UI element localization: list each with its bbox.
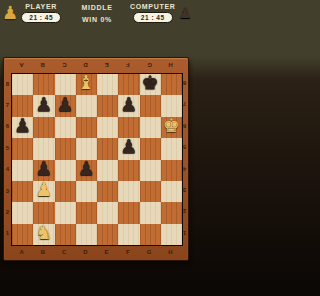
square-c1[interactable]: [55, 224, 76, 245]
black-pawn: ♟: [33, 93, 54, 114]
file-label: D: [75, 244, 96, 260]
square-h2[interactable]: [161, 202, 182, 223]
square-c2[interactable]: [55, 202, 76, 223]
black-pawn: ♟: [55, 93, 76, 114]
rank-label: 6: [4, 116, 11, 137]
black-pawn: ♟: [33, 158, 54, 179]
square-c7[interactable]: ♟: [55, 95, 76, 116]
square-b4[interactable]: ♟: [33, 160, 54, 181]
computer-label: COMPUTER: [130, 3, 176, 10]
file-label: G: [139, 58, 160, 73]
file-label: C: [54, 244, 75, 260]
file-label: B: [32, 244, 53, 260]
square-h4[interactable]: [161, 160, 182, 181]
square-g2[interactable]: [140, 202, 161, 223]
square-c5[interactable]: [55, 138, 76, 159]
rank-label: 4: [4, 159, 11, 180]
square-g1[interactable]: [140, 224, 161, 245]
file-label: H: [160, 244, 181, 260]
header: ♟ PLAYER 21 : 45 MIDDLE WIN 0% COMPUTER …: [0, 0, 194, 34]
square-d4[interactable]: ♟: [76, 160, 97, 181]
square-b6[interactable]: [33, 117, 54, 138]
square-h5[interactable]: [161, 138, 182, 159]
square-f1[interactable]: [118, 224, 139, 245]
square-f3[interactable]: [118, 181, 139, 202]
square-f7[interactable]: ♟: [118, 95, 139, 116]
square-d3[interactable]: [76, 181, 97, 202]
square-a4[interactable]: [12, 160, 33, 181]
board-squares: ♝♚♟♟♟♟♚♟♟♟♟♞: [11, 73, 183, 246]
square-f2[interactable]: [118, 202, 139, 223]
file-label: D: [75, 58, 96, 73]
square-g3[interactable]: [140, 181, 161, 202]
white-king: ♚: [161, 115, 182, 136]
ranks-left: 87654321: [4, 73, 11, 244]
square-g5[interactable]: [140, 138, 161, 159]
black-pawn: ♟: [12, 115, 33, 136]
square-b1[interactable]: ♞: [33, 224, 54, 245]
file-label: B: [32, 58, 53, 73]
square-f6[interactable]: [118, 117, 139, 138]
file-label: A: [11, 58, 32, 73]
square-a5[interactable]: [12, 138, 33, 159]
rank-label: 5: [4, 137, 11, 158]
black-pawn: ♟: [76, 158, 97, 179]
black-pawn: ♟: [118, 93, 139, 114]
square-h7[interactable]: [161, 95, 182, 116]
rank-label: 7: [4, 94, 11, 115]
square-c6[interactable]: [55, 117, 76, 138]
files-top: ABCDEFGH: [11, 58, 181, 73]
file-label: C: [54, 58, 75, 73]
square-h1[interactable]: [161, 224, 182, 245]
square-b8[interactable]: [33, 74, 54, 95]
square-c3[interactable]: [55, 181, 76, 202]
square-h3[interactable]: [161, 181, 182, 202]
square-a1[interactable]: [12, 224, 33, 245]
square-g7[interactable]: [140, 95, 161, 116]
black-pawn: ♟: [118, 136, 139, 157]
square-e8[interactable]: [97, 74, 118, 95]
square-b5[interactable]: [33, 138, 54, 159]
file-label: H: [160, 58, 181, 73]
white-knight: ♞: [33, 222, 54, 243]
rank-label: 1: [4, 223, 11, 244]
computer-score-badge: 21 : 45: [133, 12, 173, 23]
rank-label: 2: [4, 201, 11, 222]
square-e1[interactable]: [97, 224, 118, 245]
square-f5[interactable]: ♟: [118, 138, 139, 159]
square-e7[interactable]: [97, 95, 118, 116]
white-bishop: ♝: [76, 72, 97, 93]
file-label: F: [117, 58, 138, 73]
square-b2[interactable]: [33, 202, 54, 223]
square-d6[interactable]: [76, 117, 97, 138]
file-label: G: [139, 244, 160, 260]
white-pawn: ♟: [33, 179, 54, 200]
square-d1[interactable]: [76, 224, 97, 245]
square-d2[interactable]: [76, 202, 97, 223]
square-e5[interactable]: [97, 138, 118, 159]
square-e2[interactable]: [97, 202, 118, 223]
files-bottom: ABCDEFGH: [11, 244, 181, 260]
square-b3[interactable]: ♟: [33, 181, 54, 202]
square-f4[interactable]: [118, 160, 139, 181]
square-g6[interactable]: [140, 117, 161, 138]
square-e4[interactable]: [97, 160, 118, 181]
square-a6[interactable]: ♟: [12, 117, 33, 138]
black-pawn-icon: ♟: [179, 6, 192, 21]
square-a2[interactable]: [12, 202, 33, 223]
square-h6[interactable]: ♚: [161, 117, 182, 138]
square-a3[interactable]: [12, 181, 33, 202]
chess-board: ABCDEFGH 87654321 87654321 ABCDEFGH ♝♚♟♟…: [3, 57, 189, 261]
square-g4[interactable]: [140, 160, 161, 181]
black-king: ♚: [140, 72, 161, 93]
square-c4[interactable]: [55, 160, 76, 181]
square-d5[interactable]: [76, 138, 97, 159]
square-d8[interactable]: ♝: [76, 74, 97, 95]
file-label: E: [96, 244, 117, 260]
square-f8[interactable]: [118, 74, 139, 95]
square-d7[interactable]: [76, 95, 97, 116]
file-label: F: [117, 244, 138, 260]
square-a7[interactable]: [12, 95, 33, 116]
square-a8[interactable]: [12, 74, 33, 95]
file-label: E: [96, 58, 117, 73]
computer-panel: COMPUTER 21 : 45 ♟: [130, 3, 192, 23]
file-label: A: [11, 244, 32, 260]
rank-label: 8: [4, 73, 11, 94]
rank-label: 3: [4, 180, 11, 201]
square-b7[interactable]: ♟: [33, 95, 54, 116]
square-g8[interactable]: ♚: [140, 74, 161, 95]
square-e3[interactable]: [97, 181, 118, 202]
square-c8[interactable]: [55, 74, 76, 95]
square-h8[interactable]: [161, 74, 182, 95]
square-e6[interactable]: [97, 117, 118, 138]
